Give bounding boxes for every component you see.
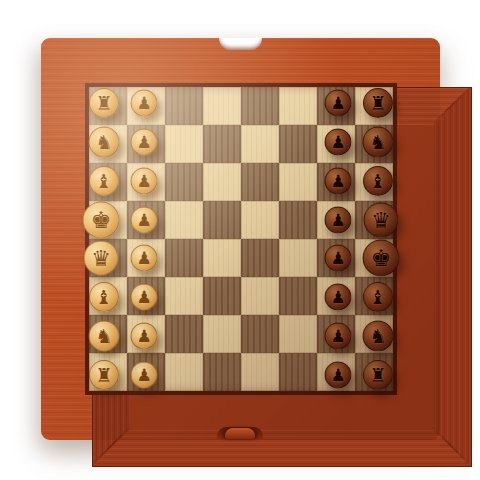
square-b4 <box>203 125 241 163</box>
white-knight: ♞ <box>89 321 120 352</box>
white-knight-glyph: ♞ <box>89 127 120 158</box>
square-f3 <box>165 277 203 315</box>
square-c5 <box>241 163 279 201</box>
square-d3 <box>165 201 203 239</box>
black-pawn: ♟ <box>325 284 352 311</box>
white-pawn: ♟ <box>131 284 158 311</box>
white-pawn: ♟ <box>131 245 158 272</box>
black-pawn-glyph: ♟ <box>325 245 352 272</box>
black-knight-glyph: ♞ <box>363 127 394 158</box>
black-rook: ♜ <box>363 88 393 118</box>
square-a3 <box>165 87 203 125</box>
square-e6 <box>279 239 317 277</box>
black-king-glyph: ♚ <box>363 240 400 277</box>
black-pawn-glyph: ♟ <box>325 362 352 389</box>
black-bishop-glyph: ♝ <box>363 282 393 312</box>
square-g4 <box>203 315 241 353</box>
white-bishop-glyph: ♝ <box>89 282 119 312</box>
square-h4 <box>203 353 241 391</box>
black-pawn-glyph: ♟ <box>325 207 352 234</box>
square-e4 <box>203 239 241 277</box>
white-king-glyph: ♚ <box>83 202 120 239</box>
white-pawn: ♟ <box>131 168 158 195</box>
black-bishop-glyph: ♝ <box>363 166 393 196</box>
square-d5 <box>241 201 279 239</box>
square-b3 <box>165 125 203 163</box>
white-pawn-glyph: ♟ <box>131 362 158 389</box>
square-d4 <box>203 201 241 239</box>
white-pawn-glyph: ♟ <box>131 323 158 350</box>
white-pawn-glyph: ♟ <box>131 168 158 195</box>
white-pawn: ♟ <box>131 207 158 234</box>
page-background: ♜♞♝♚♛♝♞♜♟♟♟♟♟♟♟♟♟♟♟♟♟♟♟♟♜♞♝♛♚♝♞♜ <box>0 0 480 480</box>
white-rook-glyph: ♜ <box>89 88 119 118</box>
square-f5 <box>241 277 279 315</box>
black-king: ♚ <box>363 240 400 277</box>
black-queen-glyph: ♛ <box>364 203 399 238</box>
black-pawn: ♟ <box>325 362 352 389</box>
white-pawn: ♟ <box>131 362 158 389</box>
white-knight-glyph: ♞ <box>89 321 120 352</box>
white-knight: ♞ <box>89 127 120 158</box>
square-b6 <box>279 125 317 163</box>
white-rook: ♜ <box>89 88 119 118</box>
black-rook-glyph: ♜ <box>363 360 393 390</box>
white-rook-glyph: ♜ <box>89 360 119 390</box>
square-c6 <box>279 163 317 201</box>
square-a5 <box>241 87 279 125</box>
square-e3 <box>165 239 203 277</box>
black-rook-glyph: ♜ <box>363 88 393 118</box>
square-g5 <box>241 315 279 353</box>
square-f4 <box>203 277 241 315</box>
square-e5 <box>241 239 279 277</box>
white-pawn-glyph: ♟ <box>131 207 158 234</box>
black-pawn: ♟ <box>325 129 352 156</box>
square-d6 <box>279 201 317 239</box>
black-queen: ♛ <box>364 203 399 238</box>
black-knight: ♞ <box>363 127 394 158</box>
square-g3 <box>165 315 203 353</box>
square-c3 <box>165 163 203 201</box>
black-rook: ♜ <box>363 360 393 390</box>
black-knight-glyph: ♞ <box>363 321 394 352</box>
black-pawn: ♟ <box>325 168 352 195</box>
black-pawn: ♟ <box>325 207 352 234</box>
black-pawn-glyph: ♟ <box>325 284 352 311</box>
black-bishop: ♝ <box>363 282 393 312</box>
black-pawn-glyph: ♟ <box>325 90 352 117</box>
black-pawn: ♟ <box>325 90 352 117</box>
white-king: ♚ <box>83 202 120 239</box>
drawer-handle-groove <box>217 427 263 440</box>
white-pawn: ♟ <box>131 90 158 117</box>
square-h5 <box>241 353 279 391</box>
white-queen-glyph: ♛ <box>84 241 119 276</box>
black-pawn-glyph: ♟ <box>325 129 352 156</box>
black-pawn: ♟ <box>325 245 352 272</box>
lid-finger-notch <box>219 38 262 50</box>
square-a4 <box>203 87 241 125</box>
square-f6 <box>279 277 317 315</box>
black-pawn-glyph: ♟ <box>325 168 352 195</box>
white-bishop: ♝ <box>89 282 119 312</box>
black-pawn: ♟ <box>325 323 352 350</box>
white-bishop-glyph: ♝ <box>89 166 119 196</box>
white-pawn-glyph: ♟ <box>131 90 158 117</box>
square-a6 <box>279 87 317 125</box>
black-pawn-glyph: ♟ <box>325 323 352 350</box>
white-pawn-glyph: ♟ <box>131 284 158 311</box>
white-rook: ♜ <box>89 360 119 390</box>
drawer-handle <box>225 428 255 439</box>
square-h3 <box>165 353 203 391</box>
white-pawn: ♟ <box>131 129 158 156</box>
square-h6 <box>279 353 317 391</box>
black-bishop: ♝ <box>363 166 393 196</box>
square-g6 <box>279 315 317 353</box>
black-knight: ♞ <box>363 321 394 352</box>
chess-board: ♜♞♝♚♛♝♞♜♟♟♟♟♟♟♟♟♟♟♟♟♟♟♟♟♜♞♝♛♚♝♞♜ <box>89 87 393 391</box>
square-c4 <box>203 163 241 201</box>
white-pawn: ♟ <box>131 323 158 350</box>
white-queen: ♛ <box>84 241 119 276</box>
white-pawn-glyph: ♟ <box>131 129 158 156</box>
square-b5 <box>241 125 279 163</box>
white-pawn-glyph: ♟ <box>131 245 158 272</box>
white-bishop: ♝ <box>89 166 119 196</box>
